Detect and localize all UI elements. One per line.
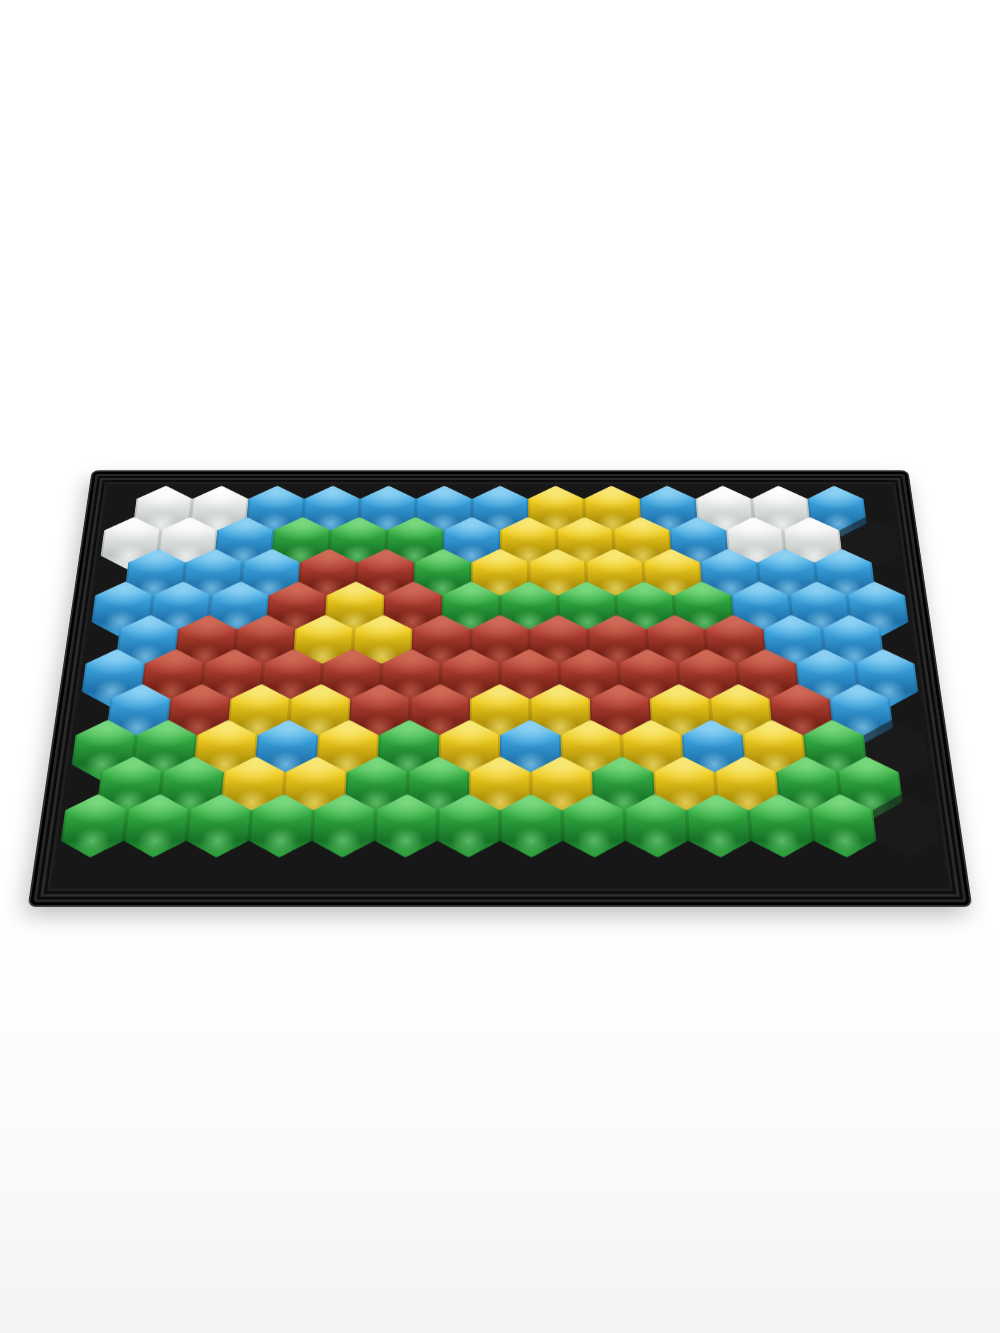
mosaic-board [30,365,970,905]
page-background [0,0,1000,1333]
board-surface [53,486,948,858]
board-frame [30,472,970,905]
